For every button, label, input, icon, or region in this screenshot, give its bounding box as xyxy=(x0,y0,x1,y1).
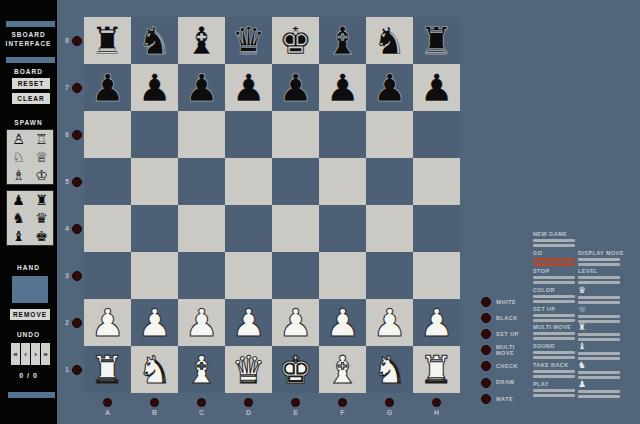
menu-item-label: NEW GAME xyxy=(533,231,575,237)
rank-labels: 87654321 xyxy=(56,17,82,393)
menu-item-bar xyxy=(578,281,620,284)
file-column-a: A xyxy=(84,398,131,416)
black-pawn: ♟ xyxy=(137,69,171,107)
level-knight-icon[interactable]: ♞ xyxy=(578,362,620,381)
menu-item-label: MULTI MOVE xyxy=(533,324,575,330)
black-pawn: ♟ xyxy=(419,69,453,107)
spawn-black-panel: ♟♜♞♛♝♚ xyxy=(6,190,54,246)
spawn-black-bishop[interactable]: ♝ xyxy=(7,227,30,245)
status-label: MATE xyxy=(496,396,513,402)
undo-all-button[interactable]: « xyxy=(11,343,20,365)
spawn-black-queen[interactable]: ♛ xyxy=(30,209,53,227)
menu-item-bar xyxy=(578,333,620,336)
square-c3[interactable] xyxy=(178,252,225,299)
status-led xyxy=(481,394,491,404)
square-g6[interactable] xyxy=(366,111,413,158)
spawn-black-knight[interactable]: ♞ xyxy=(7,209,30,227)
square-d2[interactable]: ♟ xyxy=(225,299,272,346)
rank-label-7: 7 xyxy=(65,84,69,91)
file-label-g: G xyxy=(387,409,392,416)
redo-button[interactable]: › xyxy=(31,343,40,365)
hand-box[interactable] xyxy=(12,276,48,303)
square-h5[interactable] xyxy=(413,158,460,205)
square-c4[interactable] xyxy=(178,205,225,252)
black-king: ♚ xyxy=(278,22,312,60)
white-pawn: ♟ xyxy=(231,304,265,342)
file-led-d xyxy=(244,398,253,407)
white-knight: ♞ xyxy=(372,351,406,389)
square-g5[interactable] xyxy=(366,158,413,205)
file-label-f: F xyxy=(340,409,344,416)
rank-led-4 xyxy=(72,224,82,234)
menu-item-label: SOUND xyxy=(533,343,575,349)
white-rook: ♜ xyxy=(90,351,124,389)
knight-icon: ♞ xyxy=(578,362,620,369)
undo-controls: «‹›» xyxy=(11,343,50,365)
menu-item-bar xyxy=(533,300,575,303)
black-queen: ♛ xyxy=(231,22,265,60)
square-h7[interactable]: ♟ xyxy=(413,64,460,111)
sidebar-top-divider xyxy=(6,21,55,27)
square-d6[interactable] xyxy=(225,111,272,158)
square-b5[interactable] xyxy=(131,158,178,205)
square-a6[interactable] xyxy=(84,111,131,158)
square-b8[interactable]: ♞ xyxy=(131,17,178,64)
menu-item-bar xyxy=(578,276,620,279)
status-multi-move: MULTI MOVE xyxy=(481,342,519,358)
undo-section-label: UNDO xyxy=(0,331,57,338)
rank-row-6: 6 xyxy=(56,111,82,158)
rank-row-4: 4 xyxy=(56,205,82,252)
file-labels: ABCDEFGH xyxy=(84,398,460,416)
file-led-e xyxy=(291,398,300,407)
square-b6[interactable] xyxy=(131,111,178,158)
rank-led-2 xyxy=(72,318,82,328)
square-g8[interactable]: ♞ xyxy=(366,17,413,64)
king-icon: ♚ xyxy=(578,306,620,313)
rank-label-6: 6 xyxy=(65,131,69,138)
sidebar-divider xyxy=(6,57,55,63)
menu-item-bar xyxy=(533,263,575,266)
menu-take-back[interactable]: TAKE BACK xyxy=(533,362,575,381)
white-queen: ♛ xyxy=(231,351,265,389)
menu-item-bar xyxy=(533,356,575,359)
status-check: CHECK xyxy=(481,358,519,374)
file-led-h xyxy=(432,398,441,407)
spawn-white-pawn[interactable]: ♙ xyxy=(7,130,30,148)
square-c8[interactable]: ♝ xyxy=(178,17,225,64)
menu-display-move[interactable]: DISPLAY MOVE xyxy=(578,250,620,269)
white-pawn: ♟ xyxy=(184,304,218,342)
status-label: SET UP xyxy=(496,331,519,337)
file-column-c: C xyxy=(178,398,225,416)
white-knight: ♞ xyxy=(137,351,171,389)
rank-label-4: 4 xyxy=(65,225,69,232)
black-pawn: ♟ xyxy=(278,69,312,107)
file-led-g xyxy=(385,398,394,407)
square-d7[interactable]: ♟ xyxy=(225,64,272,111)
menu-item-bar xyxy=(578,315,620,318)
square-h1[interactable]: ♜ xyxy=(413,346,460,393)
square-b7[interactable]: ♟ xyxy=(131,64,178,111)
status-set-up: SET UP xyxy=(481,326,519,342)
square-f7[interactable]: ♟ xyxy=(319,64,366,111)
menu-item-bar xyxy=(578,296,620,299)
status-label: MULTI MOVE xyxy=(496,344,515,356)
square-f3[interactable] xyxy=(319,252,366,299)
reset-button[interactable]: RESET xyxy=(12,78,50,89)
white-bishop: ♝ xyxy=(325,351,359,389)
spawn-white-bishop[interactable]: ♗ xyxy=(7,166,30,184)
file-column-f: F xyxy=(319,398,366,416)
file-column-b: B xyxy=(131,398,178,416)
rank-label-5: 5 xyxy=(65,178,69,185)
square-c6[interactable] xyxy=(178,111,225,158)
status-led xyxy=(481,361,491,371)
square-f1[interactable]: ♝ xyxy=(319,346,366,393)
rook-icon: ♜ xyxy=(578,324,620,331)
file-label-b: B xyxy=(152,409,157,416)
menu-item-bar xyxy=(578,258,620,261)
square-f5[interactable] xyxy=(319,158,366,205)
white-pawn: ♟ xyxy=(90,304,124,342)
file-label-c: C xyxy=(199,409,204,416)
menu-item-bar xyxy=(533,239,575,242)
level-bishop-icon[interactable]: ♝ xyxy=(578,343,620,362)
menu-item-label: TAKE BACK xyxy=(533,362,575,368)
menu-item-bar xyxy=(533,295,575,298)
menu-item-bar xyxy=(578,371,620,374)
square-d8[interactable]: ♛ xyxy=(225,17,272,64)
square-d3[interactable] xyxy=(225,252,272,299)
menu-item-bar xyxy=(578,390,620,393)
square-b3[interactable] xyxy=(131,252,178,299)
rank-led-1 xyxy=(72,365,82,375)
menu-play[interactable]: PLAY xyxy=(533,381,575,400)
menu-color[interactable]: COLOR xyxy=(533,287,575,306)
undo-counter: 0 / 0 xyxy=(0,372,57,379)
menu-column-right: DISPLAY MOVELEVEL♛♚♜♝♞♟ xyxy=(578,250,620,400)
menu-item-bar xyxy=(533,389,575,392)
black-knight: ♞ xyxy=(372,22,406,60)
level-queen-icon[interactable]: ♛ xyxy=(578,287,620,306)
status-led xyxy=(481,313,491,323)
menu-item-label: PLAY xyxy=(533,381,575,387)
square-f8[interactable]: ♝ xyxy=(319,17,366,64)
queen-icon: ♛ xyxy=(578,287,620,294)
square-h8[interactable]: ♜ xyxy=(413,17,460,64)
white-king: ♚ xyxy=(278,351,312,389)
square-d5[interactable] xyxy=(225,158,272,205)
black-pawn: ♟ xyxy=(231,69,265,107)
spawn-white-knight[interactable]: ♘ xyxy=(7,148,30,166)
status-draw: DRAW xyxy=(481,374,519,390)
rank-label-1: 1 xyxy=(65,366,69,373)
square-c2[interactable]: ♟ xyxy=(178,299,225,346)
menu-item-bar xyxy=(533,281,575,284)
app-title-line2: INTERFACE xyxy=(0,40,57,47)
square-g7[interactable]: ♟ xyxy=(366,64,413,111)
sidebar-bottom-divider xyxy=(8,392,55,398)
square-d4[interactable] xyxy=(225,205,272,252)
rank-led-7 xyxy=(72,83,82,93)
undo-button[interactable]: ‹ xyxy=(21,343,30,365)
black-bishop: ♝ xyxy=(325,22,359,60)
menu-item-label: DISPLAY MOVE xyxy=(578,250,620,256)
status-led xyxy=(481,329,491,339)
rank-row-7: 7 xyxy=(56,64,82,111)
square-e6[interactable] xyxy=(272,111,319,158)
black-rook: ♜ xyxy=(90,22,124,60)
square-f6[interactable] xyxy=(319,111,366,158)
white-pawn: ♟ xyxy=(325,304,359,342)
rank-led-3 xyxy=(72,271,82,281)
square-h2[interactable]: ♟ xyxy=(413,299,460,346)
black-pawn: ♟ xyxy=(90,69,124,107)
menu-item-bar xyxy=(533,394,575,397)
square-e8[interactable]: ♚ xyxy=(272,17,319,64)
file-column-g: G xyxy=(366,398,413,416)
square-g1[interactable]: ♞ xyxy=(366,346,413,393)
rank-row-1: 1 xyxy=(56,346,82,393)
spawn-white-king[interactable]: ♔ xyxy=(30,166,53,184)
menu-item-bar xyxy=(533,276,575,279)
rank-row-8: 8 xyxy=(56,17,82,64)
square-b4[interactable] xyxy=(131,205,178,252)
rank-row-3: 3 xyxy=(56,252,82,299)
spawn-section-label: SPAWN xyxy=(0,119,57,126)
square-d1[interactable]: ♛ xyxy=(225,346,272,393)
square-a8[interactable]: ♜ xyxy=(84,17,131,64)
white-bishop: ♝ xyxy=(184,351,218,389)
rank-label-3: 3 xyxy=(65,272,69,279)
rank-label-8: 8 xyxy=(65,37,69,44)
square-a4[interactable] xyxy=(84,205,131,252)
remove-button[interactable]: REMOVE xyxy=(10,309,50,320)
file-led-f xyxy=(338,398,347,407)
file-label-a: A xyxy=(105,409,110,416)
square-e4[interactable] xyxy=(272,205,319,252)
square-e5[interactable] xyxy=(272,158,319,205)
app-title-line1: SBOARD xyxy=(0,31,57,38)
status-label: BLACK xyxy=(496,315,518,321)
menu-sound[interactable]: SOUND xyxy=(533,343,575,362)
status-white: WHITE xyxy=(481,294,519,310)
file-column-e: E xyxy=(272,398,319,416)
spawn-white-rook[interactable]: ♖ xyxy=(30,130,53,148)
bishop-icon: ♝ xyxy=(578,343,620,350)
status-led xyxy=(481,297,491,307)
square-e2[interactable]: ♟ xyxy=(272,299,319,346)
rank-led-5 xyxy=(72,177,82,187)
square-h4[interactable] xyxy=(413,205,460,252)
square-b2[interactable]: ♟ xyxy=(131,299,178,346)
square-a1[interactable]: ♜ xyxy=(84,346,131,393)
menu-item-label: LEVEL xyxy=(578,268,620,274)
white-pawn: ♟ xyxy=(137,304,171,342)
status-led-panel: WHITEBLACKSET UPMULTI MOVECHECKDRAWMATE xyxy=(481,294,519,407)
spawn-black-rook[interactable]: ♜ xyxy=(30,191,53,209)
status-mate: MATE xyxy=(481,391,519,407)
menu-item-bar xyxy=(533,332,575,335)
status-led xyxy=(481,345,491,355)
file-label-h: H xyxy=(434,409,439,416)
menu-item-bar xyxy=(578,352,620,355)
file-led-c xyxy=(197,398,206,407)
menu-item-label: STOP xyxy=(533,268,575,274)
file-column-h: H xyxy=(413,398,460,416)
menu-go[interactable]: GO xyxy=(533,250,575,269)
clear-button[interactable]: CLEAR xyxy=(12,93,50,104)
file-column-d: D xyxy=(225,398,272,416)
square-f2[interactable]: ♟ xyxy=(319,299,366,346)
status-label: WHITE xyxy=(496,299,516,305)
menu-item-bar xyxy=(533,351,575,354)
menu-item-bar xyxy=(578,263,620,266)
square-a3[interactable] xyxy=(84,252,131,299)
menu-item-bar xyxy=(533,244,575,247)
menu-item-bar xyxy=(533,319,575,322)
sidebar: SBOARD INTERFACE BOARD RESET CLEAR SPAWN… xyxy=(0,0,57,424)
rank-led-8 xyxy=(72,36,82,46)
rank-row-2: 2 xyxy=(56,299,82,346)
square-h6[interactable] xyxy=(413,111,460,158)
rank-row-5: 5 xyxy=(56,158,82,205)
square-g3[interactable] xyxy=(366,252,413,299)
status-label: DRAW xyxy=(496,379,515,385)
menu-item-label: SET UP xyxy=(533,306,575,312)
square-e3[interactable] xyxy=(272,252,319,299)
square-a2[interactable]: ♟ xyxy=(84,299,131,346)
white-rook: ♜ xyxy=(419,351,453,389)
level-pawn-icon[interactable]: ♟ xyxy=(578,381,620,400)
black-pawn: ♟ xyxy=(372,69,406,107)
spawn-black-king[interactable]: ♚ xyxy=(30,227,53,245)
menu-column-left: NEW GAMEGOSTOPCOLORSET UPMULTI MOVESOUND… xyxy=(533,231,575,399)
status-black: BLACK xyxy=(481,310,519,326)
menu-item-bar xyxy=(533,375,575,378)
spawn-black-pawn[interactable]: ♟ xyxy=(7,191,30,209)
file-led-b xyxy=(150,398,159,407)
redo-all-button[interactable]: » xyxy=(41,343,50,365)
square-g2[interactable]: ♟ xyxy=(366,299,413,346)
square-c7[interactable]: ♟ xyxy=(178,64,225,111)
square-h3[interactable] xyxy=(413,252,460,299)
black-pawn: ♟ xyxy=(325,69,359,107)
rank-label-2: 2 xyxy=(65,319,69,326)
rank-led-6 xyxy=(72,130,82,140)
menu-item-label: COLOR xyxy=(533,287,575,293)
menu-item-label: GO xyxy=(533,250,575,256)
pawn-icon: ♟ xyxy=(578,381,620,388)
square-c5[interactable] xyxy=(178,158,225,205)
square-c1[interactable]: ♝ xyxy=(178,346,225,393)
menu-new-game[interactable]: NEW GAME xyxy=(533,231,575,250)
menu-item-bar xyxy=(533,314,575,317)
square-g4[interactable] xyxy=(366,205,413,252)
file-label-e: E xyxy=(293,409,298,416)
square-a5[interactable] xyxy=(84,158,131,205)
menu-item-bar xyxy=(533,337,575,340)
hand-section-label: HAND xyxy=(0,264,57,271)
square-b1[interactable]: ♞ xyxy=(131,346,178,393)
menu-multi-move[interactable]: MULTI MOVE xyxy=(533,324,575,343)
menu-set-up[interactable]: SET UP xyxy=(533,306,575,325)
board-section-label: BOARD xyxy=(0,68,57,75)
square-e1[interactable]: ♚ xyxy=(272,346,319,393)
board: ♜♞♝♛♚♝♞♜♟♟♟♟♟♟♟♟♟♟♟♟♟♟♟♟♜♞♝♛♚♝♞♜ xyxy=(84,17,460,393)
white-pawn: ♟ xyxy=(419,304,453,342)
white-pawn: ♟ xyxy=(278,304,312,342)
file-label-d: D xyxy=(246,409,251,416)
spawn-white-queen[interactable]: ♕ xyxy=(30,148,53,166)
black-knight: ♞ xyxy=(137,22,171,60)
status-label: CHECK xyxy=(496,363,518,369)
square-e7[interactable]: ♟ xyxy=(272,64,319,111)
square-f4[interactable] xyxy=(319,205,366,252)
white-pawn: ♟ xyxy=(372,304,406,342)
square-a7[interactable]: ♟ xyxy=(84,64,131,111)
menu-stop[interactable]: STOP xyxy=(533,268,575,287)
menu-item-bar xyxy=(533,258,575,261)
status-led xyxy=(481,378,491,388)
file-led-a xyxy=(103,398,112,407)
black-pawn: ♟ xyxy=(184,69,218,107)
menu-item-bar xyxy=(533,370,575,373)
spawn-white-panel: ♙♖♘♕♗♔ xyxy=(6,129,54,185)
black-rook: ♜ xyxy=(419,22,453,60)
black-bishop: ♝ xyxy=(184,22,218,60)
menu-item-bar xyxy=(578,395,620,398)
